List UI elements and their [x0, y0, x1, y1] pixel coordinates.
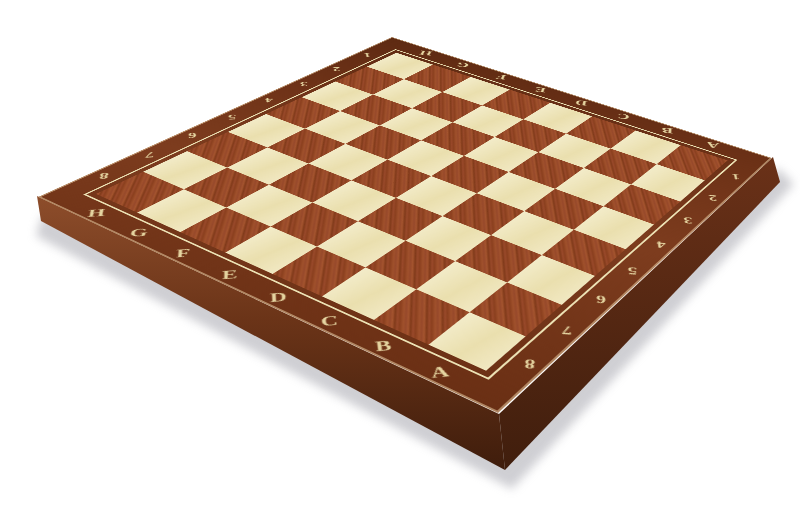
- product-photo-stage: HGFEDCBA HGFEDCBA 12345678 12345678: [0, 0, 800, 507]
